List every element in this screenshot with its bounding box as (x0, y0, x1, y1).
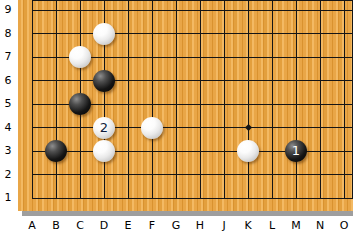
stone-white-F4[interactable] (141, 117, 163, 139)
row-label-8: 8 (0, 26, 16, 42)
move-number-label: 2 (100, 117, 108, 139)
stone-black-C5[interactable] (69, 93, 91, 115)
grid-line-h-8 (32, 33, 353, 34)
grid-line-v-G (176, 0, 177, 199)
stone-white-K3[interactable] (237, 140, 259, 162)
col-label-M: M (288, 218, 304, 234)
row-label-2: 2 (0, 167, 16, 183)
move-number-label: 1 (292, 140, 300, 162)
grid-line-h-9 (32, 10, 353, 11)
row-label-1: 1 (0, 190, 16, 206)
grid-line-v-F (152, 0, 153, 199)
col-label-E: E (120, 218, 136, 234)
col-label-D: D (96, 218, 112, 234)
row-label-6: 6 (0, 73, 16, 89)
grid-line-h-6 (32, 80, 353, 81)
crop-edge-right (352, 0, 353, 199)
crop-edge-top (32, 0, 353, 1)
row-label-3: 3 (0, 143, 16, 159)
grid-line-v-E (128, 0, 129, 199)
stone-white-C7[interactable] (69, 46, 91, 68)
stone-white-D3[interactable] (93, 140, 115, 162)
grid-line-v-J (224, 0, 225, 199)
grid-line-v-B (56, 0, 57, 199)
row-label-4: 4 (0, 120, 16, 136)
grid-line-v-O (344, 0, 345, 199)
stone-black-D6[interactable] (93, 70, 115, 92)
stone-white-D4[interactable]: 2 (93, 117, 115, 139)
grid-line-v-A (32, 0, 33, 199)
grid-line-h-2 (32, 174, 353, 175)
grid-line-h-1 (32, 198, 353, 199)
col-label-L: L (264, 218, 280, 234)
row-label-5: 5 (0, 96, 16, 112)
col-label-N: N (312, 218, 328, 234)
grid-line-v-M (296, 0, 297, 199)
stone-black-B3[interactable] (45, 140, 67, 162)
col-label-O: O (336, 218, 352, 234)
grid-line-v-K (248, 0, 249, 199)
stone-white-D8[interactable] (93, 23, 115, 45)
col-label-K: K (240, 218, 256, 234)
go-diagram: 21 987654321 ABCDEFGHJKLMNO (0, 0, 353, 236)
col-label-J: J (216, 218, 232, 234)
grid-line-v-N (320, 0, 321, 199)
grid-line-h-4 (32, 127, 353, 128)
row-label-7: 7 (0, 49, 16, 65)
stone-black-M3[interactable]: 1 (285, 140, 307, 162)
col-label-F: F (144, 218, 160, 234)
col-label-H: H (192, 218, 208, 234)
col-label-A: A (24, 218, 40, 234)
grid-line-v-L (272, 0, 273, 199)
board-shadow (22, 211, 353, 216)
col-label-B: B (48, 218, 64, 234)
col-label-G: G (168, 218, 184, 234)
row-label-9: 9 (0, 2, 16, 18)
col-label-C: C (72, 218, 88, 234)
grid-line-v-H (200, 0, 201, 199)
